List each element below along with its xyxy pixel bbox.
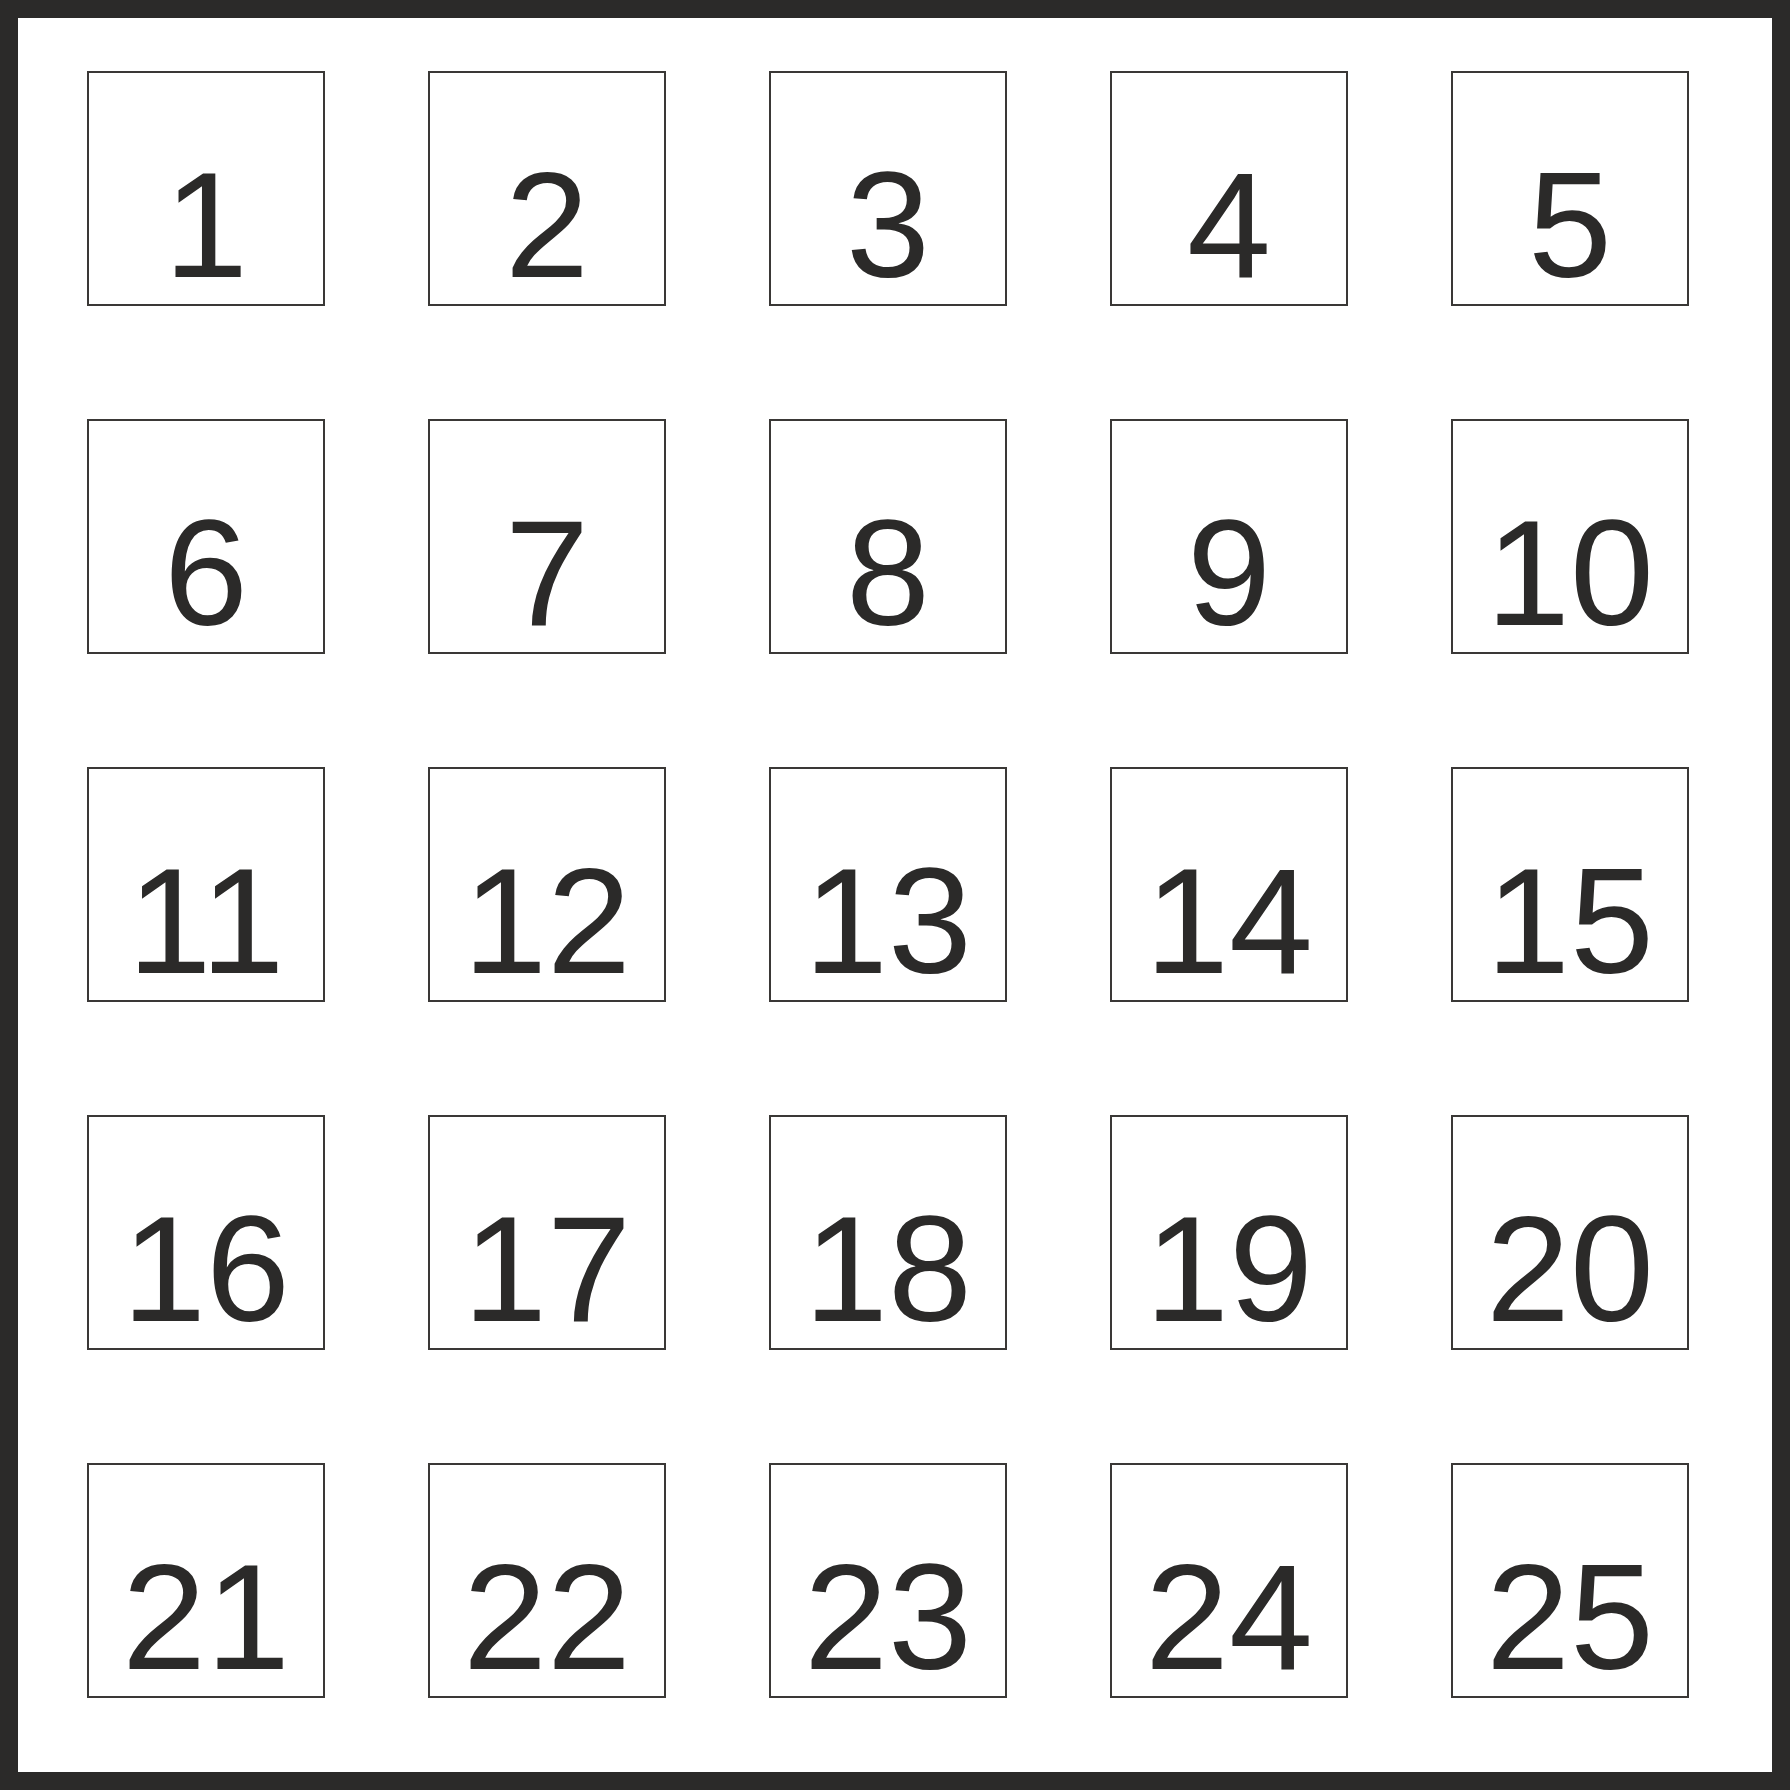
cell-number: 3 xyxy=(846,170,930,280)
cell-13: 13 xyxy=(769,767,1007,1002)
cell-3: 3 xyxy=(769,71,1007,306)
cell-number: 2 xyxy=(505,170,589,280)
cell-21: 21 xyxy=(87,1463,325,1698)
outer-frame: 1234567891011121314151617181920212223242… xyxy=(0,0,1790,1790)
cell-number: 9 xyxy=(1187,518,1271,628)
cell-number: 20 xyxy=(1486,1214,1654,1324)
cell-4: 4 xyxy=(1110,71,1348,306)
number-grid: 1234567891011121314151617181920212223242… xyxy=(18,18,1772,1772)
cell-8: 8 xyxy=(769,419,1007,654)
cell-11: 11 xyxy=(87,767,325,1002)
cell-number: 18 xyxy=(804,1214,972,1324)
cell-number: 7 xyxy=(505,518,589,628)
cell-5: 5 xyxy=(1451,71,1689,306)
cell-20: 20 xyxy=(1451,1115,1689,1350)
cell-2: 2 xyxy=(428,71,666,306)
cell-23: 23 xyxy=(769,1463,1007,1698)
cell-number: 16 xyxy=(122,1214,290,1324)
cell-14: 14 xyxy=(1110,767,1348,1002)
cell-number: 6 xyxy=(164,518,248,628)
cell-number: 19 xyxy=(1145,1214,1313,1324)
cell-number: 25 xyxy=(1486,1562,1654,1672)
cell-9: 9 xyxy=(1110,419,1348,654)
cell-number: 4 xyxy=(1187,170,1271,280)
cell-10: 10 xyxy=(1451,419,1689,654)
cell-number: 1 xyxy=(164,170,248,280)
cell-number: 12 xyxy=(463,866,631,976)
cell-6: 6 xyxy=(87,419,325,654)
cell-12: 12 xyxy=(428,767,666,1002)
cell-number: 21 xyxy=(122,1562,290,1672)
cell-7: 7 xyxy=(428,419,666,654)
cell-number: 8 xyxy=(846,518,930,628)
cell-19: 19 xyxy=(1110,1115,1348,1350)
cell-number: 13 xyxy=(804,866,972,976)
cell-18: 18 xyxy=(769,1115,1007,1350)
cell-number: 14 xyxy=(1145,866,1313,976)
cell-16: 16 xyxy=(87,1115,325,1350)
cell-15: 15 xyxy=(1451,767,1689,1002)
cell-24: 24 xyxy=(1110,1463,1348,1698)
cell-17: 17 xyxy=(428,1115,666,1350)
cell-25: 25 xyxy=(1451,1463,1689,1698)
cell-1: 1 xyxy=(87,71,325,306)
cell-number: 10 xyxy=(1486,518,1654,628)
cell-number: 24 xyxy=(1145,1562,1313,1672)
cell-number: 15 xyxy=(1486,866,1654,976)
cell-number: 23 xyxy=(804,1562,972,1672)
cell-number: 5 xyxy=(1528,170,1612,280)
cell-number: 22 xyxy=(463,1562,631,1672)
cell-number: 11 xyxy=(128,866,285,976)
cell-22: 22 xyxy=(428,1463,666,1698)
cell-number: 17 xyxy=(463,1214,631,1324)
